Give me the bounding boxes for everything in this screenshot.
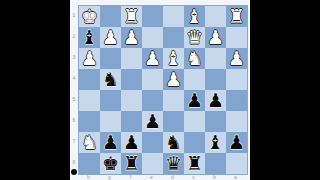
square-e6[interactable]: ♟ (142, 111, 163, 132)
square-c6[interactable] (184, 111, 205, 132)
square-c3[interactable]: ♞ (184, 48, 205, 69)
piece-black-pawn[interactable]: ♟ (226, 132, 247, 153)
square-f4[interactable] (121, 69, 142, 90)
square-d8[interactable]: ♛ (163, 153, 184, 174)
piece-white-queen[interactable]: ♛ (184, 27, 205, 48)
piece-white-bishop[interactable]: ♝ (184, 6, 205, 27)
square-g7[interactable]: ♟ (100, 132, 121, 153)
square-a2[interactable] (226, 27, 247, 48)
square-g8[interactable]: ♚ (100, 153, 121, 174)
square-b4[interactable] (205, 69, 226, 90)
square-f8[interactable]: ♜ (121, 153, 142, 174)
square-f2[interactable]: ♟ (121, 27, 142, 48)
square-c7[interactable] (184, 132, 205, 153)
square-f5[interactable] (121, 90, 142, 111)
rank-label-1: 1 (70, 5, 78, 26)
square-f6[interactable] (121, 111, 142, 132)
file-label-b: b (204, 174, 225, 180)
piece-white-rook[interactable]: ♜ (226, 6, 247, 27)
square-e4[interactable] (142, 69, 163, 90)
square-d4[interactable]: ♟ (163, 69, 184, 90)
square-h5[interactable] (79, 90, 100, 111)
file-labels: hgfedcba (78, 174, 246, 180)
square-b3[interactable] (205, 48, 226, 69)
square-b8[interactable] (205, 153, 226, 174)
rank-label-4: 4 (70, 68, 78, 89)
square-g3[interactable] (100, 48, 121, 69)
square-g5[interactable] (100, 90, 121, 111)
square-g4[interactable]: ♞ (100, 69, 121, 90)
square-d2[interactable] (163, 27, 184, 48)
chess-board[interactable]: ♚♜♝♜♝♟♟♛♟♟♟♝♞♟♞♟♟♟♟♞♟♟♞♝♟♚♜♛♜ (78, 5, 248, 175)
square-c1[interactable]: ♝ (184, 6, 205, 27)
square-d1[interactable] (163, 6, 184, 27)
square-h7[interactable]: ♞ (79, 132, 100, 153)
square-e1[interactable] (142, 6, 163, 27)
square-a7[interactable]: ♟ (226, 132, 247, 153)
piece-white-pawn[interactable]: ♟ (163, 69, 184, 90)
file-label-e: e (141, 174, 162, 180)
rank-label-7: 7 (70, 131, 78, 152)
square-e2[interactable] (142, 27, 163, 48)
file-label-h: h (78, 174, 99, 180)
piece-white-pawn[interactable]: ♟ (142, 48, 163, 69)
square-e7[interactable] (142, 132, 163, 153)
square-c2[interactable]: ♛ (184, 27, 205, 48)
rank-labels: 12345678 (70, 5, 78, 173)
piece-white-pawn[interactable]: ♟ (79, 48, 100, 69)
square-e3[interactable]: ♟ (142, 48, 163, 69)
square-d6[interactable] (163, 111, 184, 132)
piece-black-rook[interactable]: ♜ (184, 153, 205, 174)
square-h1[interactable]: ♚ (79, 6, 100, 27)
square-g1[interactable] (100, 6, 121, 27)
piece-white-king[interactable]: ♚ (79, 6, 100, 27)
square-d3[interactable]: ♝ (163, 48, 184, 69)
square-b7[interactable]: ♝ (205, 132, 226, 153)
piece-black-queen[interactable]: ♛ (163, 153, 184, 174)
file-label-c: c (183, 174, 204, 180)
square-a5[interactable] (226, 90, 247, 111)
piece-white-pawn[interactable]: ♟ (121, 27, 142, 48)
square-d5[interactable] (163, 90, 184, 111)
square-a6[interactable] (226, 111, 247, 132)
rank-label-5: 5 (70, 89, 78, 110)
piece-black-knight[interactable]: ♞ (100, 69, 121, 90)
square-b5[interactable]: ♟ (205, 90, 226, 111)
piece-white-knight[interactable]: ♞ (79, 132, 100, 153)
square-f3[interactable] (121, 48, 142, 69)
piece-white-knight[interactable]: ♞ (184, 48, 205, 69)
piece-black-knight[interactable]: ♞ (163, 132, 184, 153)
square-d7[interactable]: ♞ (163, 132, 184, 153)
square-g2[interactable]: ♟ (100, 27, 121, 48)
square-f1[interactable]: ♜ (121, 6, 142, 27)
square-h4[interactable] (79, 69, 100, 90)
piece-black-pawn[interactable]: ♟ (205, 90, 226, 111)
square-b1[interactable] (205, 6, 226, 27)
piece-black-rook[interactable]: ♜ (121, 153, 142, 174)
rank-label-3: 3 (70, 47, 78, 68)
square-a1[interactable]: ♜ (226, 6, 247, 27)
square-a3[interactable]: ♟ (226, 48, 247, 69)
square-g6[interactable] (100, 111, 121, 132)
diagram-panel: 12345678 ♚♜♝♜♝♟♟♛♟♟♟♝♞♟♞♟♟♟♟♞♟♟♞♝♟♚♜♛♜ h… (70, 0, 250, 180)
square-h2[interactable]: ♝ (79, 27, 100, 48)
square-c8[interactable]: ♜ (184, 153, 205, 174)
piece-black-pawn[interactable]: ♟ (142, 111, 163, 132)
rank-label-2: 2 (70, 26, 78, 47)
file-label-d: d (162, 174, 183, 180)
square-h6[interactable] (79, 111, 100, 132)
rank-label-6: 6 (70, 110, 78, 131)
square-a8[interactable] (226, 153, 247, 174)
black-to-move-indicator (71, 169, 77, 175)
file-label-g: g (99, 174, 120, 180)
piece-black-pawn[interactable]: ♟ (121, 132, 142, 153)
piece-white-pawn[interactable]: ♟ (205, 27, 226, 48)
file-label-a: a (225, 174, 246, 180)
piece-white-bishop[interactable]: ♝ (163, 48, 184, 69)
square-f7[interactable]: ♟ (121, 132, 142, 153)
square-b2[interactable]: ♟ (205, 27, 226, 48)
piece-black-pawn[interactable]: ♟ (100, 132, 121, 153)
piece-white-rook[interactable]: ♜ (121, 6, 142, 27)
square-h3[interactable]: ♟ (79, 48, 100, 69)
square-e8[interactable] (142, 153, 163, 174)
piece-black-pawn[interactable]: ♟ (184, 90, 205, 111)
square-c4[interactable] (184, 69, 205, 90)
square-e5[interactable] (142, 90, 163, 111)
square-b6[interactable] (205, 111, 226, 132)
piece-black-bishop[interactable]: ♝ (79, 27, 100, 48)
square-c5[interactable]: ♟ (184, 90, 205, 111)
file-label-f: f (120, 174, 141, 180)
piece-white-pawn[interactable]: ♟ (100, 27, 121, 48)
square-h8[interactable] (79, 153, 100, 174)
piece-black-bishop[interactable]: ♝ (205, 132, 226, 153)
square-a4[interactable] (226, 69, 247, 90)
piece-white-pawn[interactable]: ♟ (226, 48, 247, 69)
piece-black-king[interactable]: ♚ (100, 153, 121, 174)
